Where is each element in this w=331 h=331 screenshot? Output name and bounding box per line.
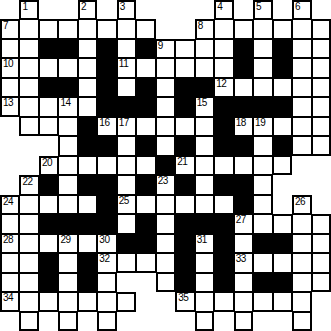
cell-r3-c14 [273,58,292,77]
cell-r3-c0[interactable]: 10 [0,58,19,77]
cell-r0-c10 [195,0,214,19]
cell-r6-c12[interactable]: 18 [234,117,253,136]
cell-r5-c8[interactable] [156,97,175,116]
cell-r10-c0[interactable]: 24 [0,195,19,214]
cell-r1-c4[interactable] [78,19,97,38]
cell-r1-c12[interactable] [234,19,253,38]
cell-r14-c8[interactable] [156,273,175,292]
cell-r11-c11 [214,214,233,233]
cell-r16-c16 [312,312,331,331]
clue-number-10: 10 [3,59,13,69]
cell-r8-c12[interactable] [234,156,253,175]
cell-r12-c13 [253,234,272,253]
cell-r16-c15[interactable] [292,312,311,331]
cell-r14-c0[interactable] [0,273,19,292]
cell-r0-c5 [97,0,116,19]
cell-r4-c2 [39,78,58,97]
cell-r3-c4[interactable] [78,58,97,77]
cell-r9-c13[interactable] [253,175,272,194]
clue-number-15: 15 [197,98,207,108]
clue-number-32: 32 [99,254,109,264]
cell-r15-c10[interactable] [195,292,214,311]
cell-r6-c13[interactable]: 19 [253,117,272,136]
cell-r3-c12 [234,58,253,77]
cell-r4-c12[interactable] [234,78,253,97]
cell-r3-c6[interactable]: 11 [117,58,136,77]
clue-number-19: 19 [255,118,265,128]
cell-r9-c11 [214,175,233,194]
cell-r12-c1[interactable] [19,234,38,253]
cell-r3-c3[interactable] [58,58,77,77]
cell-r7-c4 [78,136,97,155]
cell-r6-c2[interactable] [39,117,58,136]
cell-r16-c6 [117,312,136,331]
cell-r6-c6[interactable]: 17 [117,117,136,136]
crossword-grid: 1234567891011121314151617181920212223242… [0,0,331,331]
cell-r10-c6[interactable]: 25 [117,195,136,214]
cell-r1-c11[interactable] [214,19,233,38]
cell-r7-c8[interactable] [156,136,175,155]
cell-r7-c7 [136,136,155,155]
cell-r14-c7 [136,273,155,292]
cell-r10-c1[interactable] [19,195,38,214]
cell-r10-c3[interactable] [58,195,77,214]
cell-r12-c15[interactable] [292,234,311,253]
cell-r6-c9[interactable] [175,117,194,136]
cell-r11-c4 [78,214,97,233]
cell-r11-c3 [58,214,77,233]
cell-r3-c16[interactable] [312,58,331,77]
cell-r3-c15[interactable] [292,58,311,77]
clue-number-24: 24 [3,197,13,207]
cell-r0-c13[interactable]: 5 [253,0,272,19]
cell-r12-c16[interactable] [312,234,331,253]
cell-r12-c6 [117,234,136,253]
cell-r10-c14 [273,195,292,214]
cell-r0-c12 [234,0,253,19]
cell-r6-c16[interactable] [312,117,331,136]
cell-r11-c8[interactable] [156,214,175,233]
cell-r7-c0 [0,136,19,155]
cell-r14-c4 [78,273,97,292]
cell-r13-c3[interactable] [58,253,77,272]
cell-r4-c15[interactable] [292,78,311,97]
cell-r5-c7 [136,97,155,116]
cell-r5-c6 [117,97,136,116]
cell-r10-c8[interactable] [156,195,175,214]
cell-r1-c1[interactable] [19,19,38,38]
cell-r1-c16[interactable] [312,19,331,38]
cell-r9-c15 [292,175,311,194]
cell-r8-c9[interactable]: 21 [175,156,194,175]
cell-r16-c10[interactable] [195,312,214,331]
cell-r16-c7 [136,312,155,331]
cell-r4-c8[interactable] [156,78,175,97]
cell-r9-c1[interactable]: 22 [19,175,38,194]
cell-r9-c3[interactable] [58,175,77,194]
cell-r2-c8[interactable]: 9 [156,39,175,58]
cell-r16-c11 [214,312,233,331]
cell-r3-c10[interactable] [195,58,214,77]
cell-r16-c3[interactable] [58,312,77,331]
cell-r5-c2[interactable] [39,97,58,116]
cell-r8-c11[interactable] [214,156,233,175]
cell-r9-c12 [234,175,253,194]
cell-r8-c4[interactable] [78,156,97,175]
cell-r11-c7 [136,214,155,233]
cell-r15-c9[interactable]: 35 [175,292,194,311]
cell-r16-c0 [0,312,19,331]
cell-r3-c7[interactable] [136,58,155,77]
cell-r6-c14[interactable] [273,117,292,136]
cell-r12-c12[interactable] [234,234,253,253]
clue-number-7: 7 [3,21,8,31]
cell-r15-c2[interactable] [39,292,58,311]
cell-r5-c16[interactable] [312,97,331,116]
cell-r1-c14[interactable] [273,19,292,38]
cell-r10-c16 [312,195,331,214]
cell-r0-c14 [273,0,292,19]
cell-r12-c3[interactable]: 29 [58,234,77,253]
cell-r4-c4[interactable] [78,78,97,97]
cell-r2-c10[interactable] [195,39,214,58]
cell-r7-c1 [19,136,38,155]
clue-number-5: 5 [256,2,261,12]
cell-r3-c9[interactable] [175,58,194,77]
cell-r0-c11[interactable]: 4 [214,0,233,19]
cell-r4-c3 [58,78,77,97]
cell-r15-c13[interactable] [253,292,272,311]
cell-r14-c11 [214,273,233,292]
clue-number-11: 11 [119,59,128,69]
cell-r10-c11[interactable] [214,195,233,214]
cell-r5-c9 [175,97,194,116]
cell-r1-c13[interactable] [253,19,272,38]
cell-r4-c6[interactable] [117,78,136,97]
cell-r9-c4 [78,175,97,194]
cell-r7-c10[interactable] [195,136,214,155]
cell-r0-c0 [0,0,19,19]
cell-r15-c3[interactable] [58,292,77,311]
cell-r0-c15[interactable]: 6 [292,0,311,19]
cell-r7-c16[interactable] [312,136,331,155]
cell-r8-c5[interactable] [97,156,116,175]
cell-r1-c6[interactable] [117,19,136,38]
cell-r11-c6[interactable] [117,214,136,233]
clue-number-18: 18 [236,118,246,128]
cell-r0-c2 [39,0,58,19]
cell-r14-c2 [39,273,58,292]
cell-r11-c13[interactable] [253,214,272,233]
cell-r4-c16[interactable] [312,78,331,97]
cell-r4-c13[interactable] [253,78,272,97]
cell-r2-c5 [97,39,116,58]
clue-number-2: 2 [81,2,86,12]
cell-r10-c15[interactable]: 26 [292,195,311,214]
cell-r11-c12[interactable]: 27 [234,214,253,233]
cell-r5-c0[interactable]: 13 [0,97,19,116]
clue-number-8: 8 [198,21,203,31]
cell-r5-c10[interactable]: 15 [195,97,214,116]
cell-r6-c8[interactable] [156,117,175,136]
cell-r4-c10 [195,78,214,97]
cell-r8-c13[interactable] [253,156,272,175]
clue-number-1: 1 [22,2,27,12]
cell-r5-c3[interactable]: 14 [58,97,77,116]
cell-r15-c1[interactable] [19,292,38,311]
cell-r13-c9 [175,253,194,272]
cell-r12-c5[interactable]: 30 [97,234,116,253]
cell-r12-c8[interactable] [156,234,175,253]
cell-r14-c10[interactable] [195,273,214,292]
cell-r16-c12[interactable] [234,312,253,331]
cell-r11-c0[interactable] [0,214,19,233]
cell-r7-c3[interactable] [58,136,77,155]
cell-r12-c4[interactable] [78,234,97,253]
cell-r7-c5 [97,136,116,155]
cell-r15-c14[interactable] [273,292,292,311]
cell-r8-c6[interactable] [117,156,136,175]
cell-r9-c14 [273,175,292,194]
clue-number-6: 6 [295,2,300,12]
cell-r6-c15[interactable] [292,117,311,136]
cell-r2-c12 [234,39,253,58]
cell-r15-c11[interactable] [214,292,233,311]
cell-r4-c14[interactable] [273,78,292,97]
cell-r0-c8 [156,0,175,19]
cell-r5-c15[interactable] [292,97,311,116]
cell-r16-c1[interactable] [19,312,38,331]
clue-number-34: 34 [3,293,13,303]
cell-r2-c0[interactable] [0,39,19,58]
cell-r8-c0 [0,156,19,175]
cell-r16-c13 [253,312,272,331]
cell-r2-c13[interactable] [253,39,272,58]
cell-r7-c11 [214,136,233,155]
clue-number-17: 17 [119,118,129,128]
cell-r9-c9 [175,175,194,194]
cell-r13-c14[interactable] [273,253,292,272]
cell-r9-c6[interactable] [117,175,136,194]
cell-r3-c11[interactable] [214,58,233,77]
cell-r15-c5[interactable] [97,292,116,311]
cell-r13-c6[interactable] [117,253,136,272]
clue-number-28: 28 [3,235,13,245]
cell-r12-c0[interactable]: 28 [0,234,19,253]
cell-r13-c10[interactable] [195,253,214,272]
cell-r4-c1[interactable] [19,78,38,97]
cell-r12-c7 [136,234,155,253]
cell-r7-c9 [175,136,194,155]
clue-number-27: 27 [236,215,246,225]
cell-r12-c10[interactable]: 31 [195,234,214,253]
cell-r2-c16[interactable] [312,39,331,58]
cell-r15-c15[interactable] [292,292,311,311]
clue-number-33: 33 [236,254,246,264]
clue-number-30: 30 [99,235,109,245]
cell-r13-c15[interactable] [292,253,311,272]
clue-number-13: 13 [3,98,13,108]
cell-r6-c10[interactable] [195,117,214,136]
cell-r3-c1[interactable] [19,58,38,77]
cell-r0-c4[interactable]: 2 [78,0,97,19]
cell-r16-c2 [39,312,58,331]
clue-number-25: 25 [119,196,129,206]
cell-r0-c16 [312,0,331,19]
cell-r14-c6 [117,273,136,292]
cell-r2-c11[interactable] [214,39,233,58]
cell-r10-c7[interactable] [136,195,155,214]
cell-r12-c2[interactable] [39,234,58,253]
cell-r2-c15[interactable] [292,39,311,58]
cell-r1-c7[interactable] [136,19,155,38]
cell-r9-c2 [39,175,58,194]
cell-r10-c12 [234,195,253,214]
cell-r11-c1[interactable] [19,214,38,233]
cell-r9-c0 [0,175,19,194]
cell-r10-c5 [97,195,116,214]
cell-r0-c6[interactable]: 3 [117,0,136,19]
cell-r9-c10[interactable] [195,175,214,194]
cell-r14-c12[interactable] [234,273,253,292]
cell-r15-c0[interactable]: 34 [0,292,19,311]
cell-r3-c2[interactable] [39,58,58,77]
cell-r13-c7[interactable] [136,253,155,272]
cell-r8-c8 [156,156,175,175]
crossword-board: 1234567891011121314151617181920212223242… [0,0,331,331]
cell-r5-c12 [234,97,253,116]
cell-r14-c3[interactable] [58,273,77,292]
cell-r6-c4 [78,117,97,136]
clue-number-12: 12 [216,79,226,89]
cell-r6-c1[interactable] [19,117,38,136]
cell-r14-c15[interactable] [292,273,311,292]
cell-r4-c11[interactable]: 12 [214,78,233,97]
clue-number-22: 22 [22,177,32,187]
cell-r3-c8[interactable] [156,58,175,77]
clue-number-31: 31 [197,235,207,245]
cell-r15-c12[interactable] [234,292,253,311]
cell-r11-c16[interactable] [312,214,331,233]
cell-r3-c13[interactable] [253,58,272,77]
cell-r6-c0 [0,117,19,136]
cell-r7-c2 [39,136,58,155]
cell-r11-c14[interactable] [273,214,292,233]
cell-r14-c16[interactable] [312,273,331,292]
cell-r1-c9 [175,19,194,38]
cell-r2-c7 [136,39,155,58]
cell-r4-c7 [136,78,155,97]
cell-r7-c12 [234,136,253,155]
cell-r13-c4 [78,253,97,272]
cell-r1-c10[interactable]: 8 [195,19,214,38]
cell-r5-c1[interactable] [19,97,38,116]
cell-r11-c15[interactable] [292,214,311,233]
cell-r8-c7[interactable] [136,156,155,175]
cell-r12-c9 [175,234,194,253]
cell-r1-c5[interactable] [97,19,116,38]
cell-r8-c2[interactable]: 20 [39,156,58,175]
cell-r7-c6[interactable] [117,136,136,155]
cell-r11-c10 [195,214,214,233]
cell-r1-c2[interactable] [39,19,58,38]
cell-r10-c2[interactable] [39,195,58,214]
cell-r6-c3[interactable] [58,117,77,136]
cell-r14-c13 [253,273,272,292]
cell-r6-c5[interactable]: 16 [97,117,116,136]
cell-r1-c8 [156,19,175,38]
cell-r13-c5[interactable]: 32 [97,253,116,272]
cell-r10-c10[interactable] [195,195,214,214]
cell-r13-c16[interactable] [312,253,331,272]
cell-r2-c1[interactable] [19,39,38,58]
cell-r16-c8 [156,312,175,331]
cell-r13-c0[interactable] [0,253,19,272]
cell-r14-c1[interactable] [19,273,38,292]
clue-number-29: 29 [60,235,70,245]
cell-r2-c6[interactable] [117,39,136,58]
cell-r16-c5[interactable] [97,312,116,331]
cell-r14-c5[interactable] [97,273,116,292]
cell-r1-c3[interactable] [58,19,77,38]
cell-r14-c9 [175,273,194,292]
cell-r15-c6[interactable] [117,292,136,311]
clue-number-4: 4 [217,2,222,12]
cell-r8-c3[interactable] [58,156,77,175]
cell-r0-c1[interactable]: 1 [19,0,38,19]
cell-r2-c3 [58,39,77,58]
cell-r9-c8[interactable]: 23 [156,175,175,194]
cell-r7-c14 [273,136,292,155]
cell-r5-c4[interactable] [78,97,97,116]
cell-r7-c15[interactable] [292,136,311,155]
cell-r10-c4[interactable] [78,195,97,214]
cell-r13-c11 [214,253,233,272]
cell-r0-c3 [58,0,77,19]
cell-r8-c14[interactable] [273,156,292,175]
cell-r9-c5 [97,175,116,194]
cell-r8-c1 [19,156,38,175]
cell-r11-c9 [175,214,194,233]
cell-r13-c13[interactable] [253,253,272,272]
clue-number-3: 3 [120,2,125,12]
cell-r13-c12[interactable]: 33 [234,253,253,272]
cell-r6-c11 [214,117,233,136]
cell-r6-c7[interactable] [136,117,155,136]
cell-r15-c4[interactable] [78,292,97,311]
clue-number-16: 16 [99,118,109,128]
cell-r12-c14 [273,234,292,253]
cell-r2-c4[interactable] [78,39,97,58]
cell-r13-c1[interactable] [19,253,38,272]
cell-r10-c13[interactable] [253,195,272,214]
cell-r1-c0[interactable]: 7 [0,19,19,38]
cell-r4-c0[interactable] [0,78,19,97]
cell-r3-c5 [97,58,116,77]
cell-r16-c14 [273,312,292,331]
clue-number-35: 35 [178,293,188,303]
cell-r14-c14 [273,273,292,292]
cell-r7-c13[interactable] [253,136,272,155]
cell-r10-c9[interactable] [175,195,194,214]
clue-number-14: 14 [60,98,70,108]
cell-r8-c16 [312,156,331,175]
cell-r1-c15[interactable] [292,19,311,38]
cell-r2-c9[interactable] [175,39,194,58]
cell-r2-c14 [273,39,292,58]
cell-r13-c8[interactable] [156,253,175,272]
cell-r8-c10[interactable] [195,156,214,175]
